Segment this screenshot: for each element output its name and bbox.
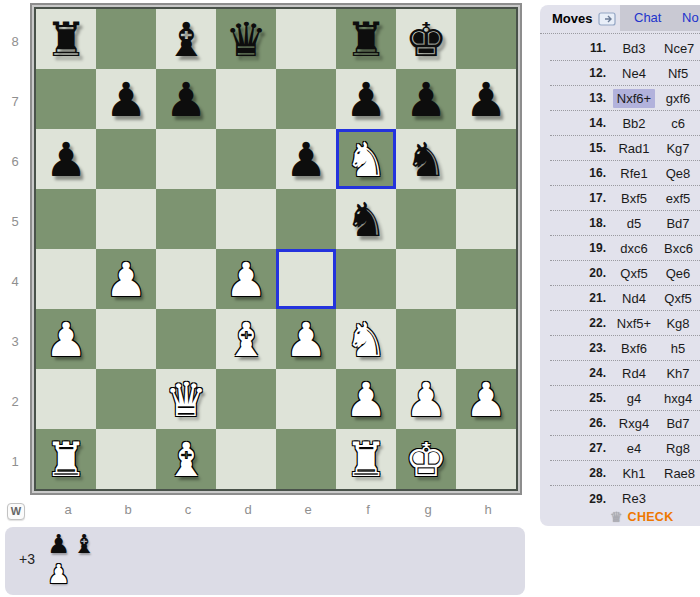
material-score: +3 [19,551,35,567]
captured-white-pawn: ♟ [47,558,70,590]
square-d3[interactable]: ♝ [216,309,276,369]
move-white[interactable]: Qxf5 [616,264,651,283]
chess-board[interactable]: ♜♝♛♜♚♟♟♟♟♟♟♟♞♞♞♟♟♟♝♟♞♛♟♟♟♜♝♜♚ [36,9,516,489]
popout-icon[interactable] [598,11,618,31]
square-e7[interactable] [276,69,336,129]
square-g2[interactable]: ♟ [396,369,456,429]
move-row: 19.dxc6Bxc6 [550,236,700,261]
square-d7[interactable] [216,69,276,129]
piece-white-rook[interactable]: ♜ [45,436,87,483]
move-number: 16. [550,166,608,180]
square-e6[interactable]: ♟ [276,129,336,189]
square-c6[interactable] [156,129,216,189]
file-label-c: c [158,501,218,519]
move-black[interactable]: Bd7 [662,414,693,433]
move-number: 26. [550,416,608,430]
square-f3[interactable]: ♞ [336,309,396,369]
piece-black-pawn[interactable]: ♟ [345,76,387,123]
move-black[interactable]: exf5 [662,189,695,208]
move-number: 11. [550,41,608,55]
move-black[interactable]: Nf5 [664,64,692,83]
square-c4[interactable] [156,249,216,309]
move-white[interactable]: Re3 [618,489,650,508]
move-white[interactable]: Ne4 [618,64,650,83]
square-a7[interactable] [36,69,96,129]
move-row: 13.Nxf6+gxf6 [550,86,700,111]
move-row: 21.Nd4Qxf5 [550,286,700,311]
piece-black-pawn[interactable]: ♟ [105,76,147,123]
piece-black-rook[interactable]: ♜ [45,16,87,63]
square-f1[interactable]: ♜ [336,429,396,489]
square-e4[interactable] [276,249,336,309]
move-row: 16.Rfe1Qe8 [550,161,700,186]
square-h6[interactable] [456,129,516,189]
square-b3[interactable] [96,309,156,369]
piece-white-knight[interactable]: ♞ [345,316,387,363]
square-e1[interactable] [276,429,336,489]
square-c7[interactable]: ♟ [156,69,216,129]
piece-black-king[interactable]: ♚ [405,16,447,63]
piece-black-knight[interactable]: ♞ [345,196,387,243]
move-number: 29. [550,492,608,506]
move-number: 17. [550,191,608,205]
move-white[interactable]: Bxf5 [617,189,651,208]
square-h7[interactable]: ♟ [456,69,516,129]
square-c3[interactable] [156,309,216,369]
square-f2[interactable]: ♟ [336,369,396,429]
move-number: 12. [550,66,608,80]
file-label-g: g [398,501,458,519]
rank-label-8: 8 [6,12,24,72]
square-b7[interactable]: ♟ [96,69,156,129]
move-white[interactable]: dxc6 [616,239,651,258]
square-f6[interactable]: ♞ [336,129,396,189]
tab-bar: Chat No [620,5,700,31]
file-label-f: f [338,501,398,519]
square-a2[interactable] [36,369,96,429]
square-g3[interactable] [396,309,456,369]
square-c5[interactable] [156,189,216,249]
square-b5[interactable] [96,189,156,249]
move-number: 27. [550,441,608,455]
square-d6[interactable] [216,129,276,189]
square-e5[interactable] [276,189,336,249]
move-number: 20. [550,266,608,280]
move-row: 24.Rd4Kh7 [550,361,700,386]
piece-white-pawn[interactable]: ♟ [285,316,327,363]
rank-label-1: 1 [6,432,24,492]
captured-pieces-tray: +3 ♟♝ ♟ [5,527,525,595]
move-row: 14.Bb2c6 [550,111,700,136]
move-white[interactable]: g4 [623,389,645,408]
move-row: 18.d5Bd7 [550,211,700,236]
captured-black-pawn: ♟ [47,528,70,560]
move-white[interactable]: Nxf6+ [613,89,655,108]
move-number: 18. [550,216,608,230]
tab-notes[interactable]: No [682,10,699,25]
move-white[interactable]: d5 [623,214,645,233]
square-b4[interactable]: ♟ [96,249,156,309]
square-f7[interactable]: ♟ [336,69,396,129]
move-white[interactable]: Nxf5+ [613,314,655,333]
check-status: ♛ CHECK [610,509,700,525]
move-white[interactable]: Kh1 [618,464,649,483]
square-g1[interactable]: ♚ [396,429,456,489]
move-number: 28. [550,466,608,480]
piece-white-king[interactable]: ♚ [405,436,447,483]
move-black[interactable]: Qe6 [662,264,695,283]
move-black[interactable]: hxg4 [660,389,696,408]
square-a5[interactable] [36,189,96,249]
square-g4[interactable] [396,249,456,309]
move-row: 26.Rxg4Bd7 [550,411,700,436]
chess-board-frame: ♜♝♛♜♚♟♟♟♟♟♟♟♞♞♞♟♟♟♝♟♞♛♟♟♟♜♝♜♚ [30,3,522,495]
piece-black-rook[interactable]: ♜ [345,16,387,63]
square-d5[interactable] [216,189,276,249]
side-to-move-badge: W [7,503,25,520]
piece-white-pawn[interactable]: ♟ [225,256,267,303]
move-row: 17.Bxf5exf5 [550,186,700,211]
move-row: 27.e4Rg8 [550,436,700,461]
rank-label-4: 4 [6,252,24,312]
move-black[interactable]: Kh7 [662,364,693,383]
move-white[interactable]: Bb2 [618,114,649,133]
move-white[interactable]: Bd3 [618,39,649,58]
move-row: 11.Bd3Nce7 [550,36,700,61]
move-number: 19. [550,241,608,255]
move-white[interactable]: Nd4 [618,289,650,308]
move-white[interactable]: Bxf6 [617,339,651,358]
move-number: 25. [550,391,608,405]
file-label-a: a [38,501,98,519]
square-f5[interactable]: ♞ [336,189,396,249]
file-label-h: h [458,501,518,519]
move-row: 29.Re3 [550,486,700,511]
square-e8[interactable] [276,9,336,69]
square-f8[interactable]: ♜ [336,9,396,69]
piece-white-knight[interactable]: ♞ [345,136,387,183]
square-a4[interactable] [36,249,96,309]
move-row: 12.Ne4Nf5 [550,61,700,86]
file-label-b: b [98,501,158,519]
piece-black-knight[interactable]: ♞ [405,136,447,183]
piece-black-queen[interactable]: ♛ [225,16,267,63]
captured-black-bishop: ♝ [72,528,95,560]
move-black[interactable]: Qe8 [662,164,695,183]
move-row: 20.Qxf5Qe6 [550,261,700,286]
square-f4[interactable] [336,249,396,309]
move-row: 22.Nxf5+Kg8 [550,311,700,336]
square-e3[interactable]: ♟ [276,309,336,369]
move-row: 23.Bxf6h5 [550,336,700,361]
piece-black-pawn[interactable]: ♟ [285,136,327,183]
square-h8[interactable] [456,9,516,69]
square-c2[interactable]: ♛ [156,369,216,429]
moves-title: Moves [552,11,592,26]
square-b1[interactable] [96,429,156,489]
square-a3[interactable]: ♟ [36,309,96,369]
piece-white-pawn[interactable]: ♟ [405,376,447,423]
square-a8[interactable]: ♜ [36,9,96,69]
piece-white-pawn[interactable]: ♟ [465,376,507,423]
square-b6[interactable] [96,129,156,189]
piece-white-bishop[interactable]: ♝ [225,316,267,363]
square-c1[interactable]: ♝ [156,429,216,489]
move-black[interactable]: Rg8 [662,439,694,458]
move-black[interactable]: Kg7 [662,139,693,158]
square-g5[interactable] [396,189,456,249]
moves-panel: Moves Chat No 11.Bd3Nce712.Ne4Nf513.Nxf6… [540,5,700,526]
move-row: 28.Kh1Rae8 [550,461,700,486]
piece-black-pawn[interactable]: ♟ [465,76,507,123]
move-black[interactable]: Nce7 [660,39,698,58]
square-h5[interactable] [456,189,516,249]
piece-black-pawn[interactable]: ♟ [405,76,447,123]
piece-white-pawn[interactable]: ♟ [45,316,87,363]
square-h1[interactable] [456,429,516,489]
move-black[interactable]: gxf6 [662,89,695,108]
square-b2[interactable] [96,369,156,429]
move-number: 13. [550,91,608,105]
moves-list: 11.Bd3Nce712.Ne4Nf513.Nxf6+gxf614.Bb2c61… [550,36,700,511]
file-label-e: e [278,501,338,519]
square-b8[interactable] [96,9,156,69]
square-h4[interactable] [456,249,516,309]
move-black[interactable]: Qxf5 [660,289,695,308]
piece-white-bishop[interactable]: ♝ [165,436,207,483]
square-d8[interactable]: ♛ [216,9,276,69]
move-number: 21. [550,291,608,305]
piece-white-rook[interactable]: ♜ [345,436,387,483]
square-e2[interactable] [276,369,336,429]
tab-chat[interactable]: Chat [634,10,661,25]
square-d4[interactable]: ♟ [216,249,276,309]
rank-label-2: 2 [6,372,24,432]
move-number: 22. [550,316,608,330]
square-h2[interactable]: ♟ [456,369,516,429]
move-white[interactable]: Rfe1 [616,164,651,183]
piece-black-pawn[interactable]: ♟ [45,136,87,183]
move-white[interactable]: Rad1 [614,139,653,158]
square-d1[interactable] [216,429,276,489]
move-number: 15. [550,141,608,155]
rank-label-5: 5 [6,192,24,252]
moves-panel-header: Moves Chat No [540,5,700,34]
square-g8[interactable]: ♚ [396,9,456,69]
piece-black-pawn[interactable]: ♟ [165,76,207,123]
move-number: 24. [550,366,608,380]
move-row: 15.Rad1Kg7 [550,136,700,161]
move-black[interactable]: Bd7 [662,214,693,233]
rank-label-7: 7 [6,72,24,132]
piece-white-pawn[interactable]: ♟ [345,376,387,423]
square-g6[interactable]: ♞ [396,129,456,189]
check-label: CHECK [628,510,674,524]
move-black[interactable]: Rae8 [660,464,699,483]
move-white[interactable]: e4 [623,439,645,458]
move-white[interactable]: Rxg4 [615,414,653,433]
move-black[interactable]: c6 [667,114,689,133]
square-h3[interactable] [456,309,516,369]
file-label-d: d [218,501,278,519]
square-d2[interactable] [216,369,276,429]
square-c8[interactable]: ♝ [156,9,216,69]
piece-white-queen[interactable]: ♛ [165,376,207,423]
piece-white-pawn[interactable]: ♟ [105,256,147,303]
move-black[interactable]: Bxc6 [660,239,697,258]
move-number: 14. [550,116,608,130]
square-g7[interactable]: ♟ [396,69,456,129]
piece-black-bishop[interactable]: ♝ [165,16,207,63]
rank-label-3: 3 [6,312,24,372]
captured-white-pieces: ♟ [47,558,70,590]
move-black[interactable]: h5 [667,339,689,358]
square-a6[interactable]: ♟ [36,129,96,189]
move-number: 23. [550,341,608,355]
captured-black-pieces: ♟♝ [47,528,96,560]
crown-icon: ♛ [610,510,623,524]
move-white[interactable]: Rd4 [618,364,650,383]
move-row: 25.g4hxg4 [550,386,700,411]
square-a1[interactable]: ♜ [36,429,96,489]
rank-label-6: 6 [6,132,24,192]
move-black[interactable]: Kg8 [662,314,693,333]
